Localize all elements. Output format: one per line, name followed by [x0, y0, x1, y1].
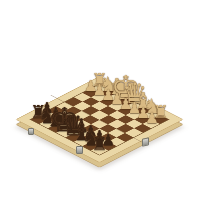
chess-board [15, 76, 183, 163]
clasp-icon [142, 137, 149, 146]
chess-set-photo: ♜♞♝♚♛♝♞♜♟♟♟♟♟♟♟♟♟♟♟♟♟♟♟♟♜♞♝♚♛♝♞♜ [0, 0, 200, 200]
clasp-icon [76, 146, 83, 154]
hinge-icon [28, 128, 34, 135]
